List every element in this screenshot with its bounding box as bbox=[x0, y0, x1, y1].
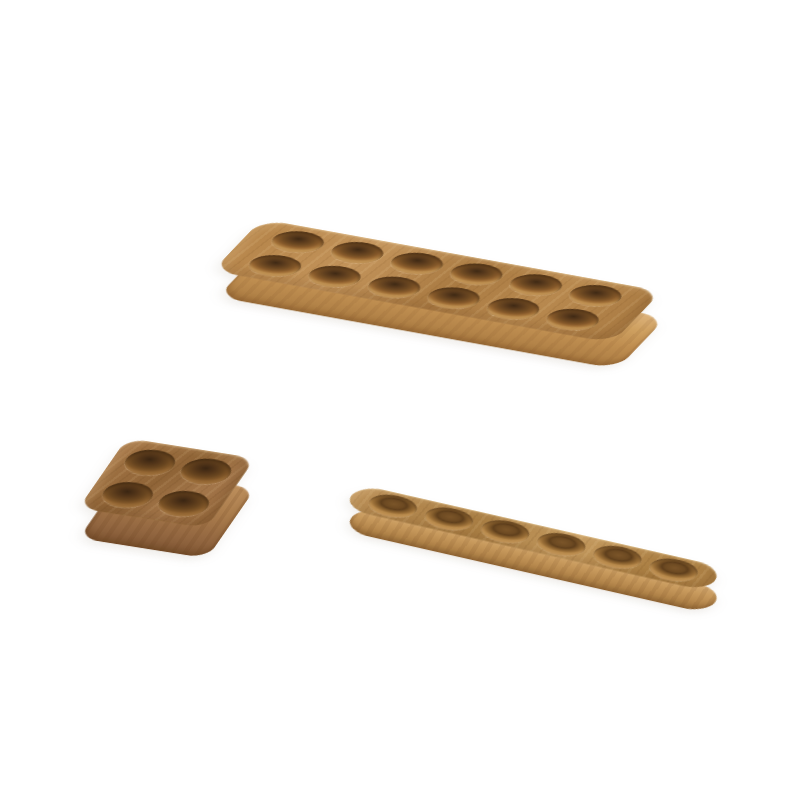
pit-r1c5[interactable] bbox=[503, 271, 570, 299]
pit-r2c4[interactable] bbox=[420, 284, 487, 312]
mancala-board-1x6 bbox=[344, 484, 724, 592]
pit-r2c1[interactable] bbox=[95, 479, 159, 511]
pit-r1c6[interactable] bbox=[562, 282, 629, 310]
pit-r1c4[interactable] bbox=[443, 260, 510, 288]
pit-r2c6[interactable] bbox=[539, 305, 606, 333]
pit-r2c1[interactable] bbox=[242, 252, 309, 280]
pit-r1c1[interactable] bbox=[118, 447, 182, 479]
pit-r2c2[interactable] bbox=[301, 262, 368, 290]
product-photo-scene bbox=[0, 0, 800, 800]
pit-r1c3[interactable] bbox=[383, 249, 450, 277]
pit-r2c5[interactable] bbox=[480, 295, 547, 323]
pit-r1c2[interactable] bbox=[174, 456, 238, 488]
mancala-board-2x2 bbox=[78, 438, 255, 528]
pit-r1c2[interactable] bbox=[324, 239, 391, 267]
pit-r2c2[interactable] bbox=[151, 488, 215, 520]
pit-r1c1[interactable] bbox=[264, 228, 331, 256]
pit-r2c3[interactable] bbox=[361, 273, 428, 301]
mancala-board-2x6 bbox=[212, 219, 661, 343]
